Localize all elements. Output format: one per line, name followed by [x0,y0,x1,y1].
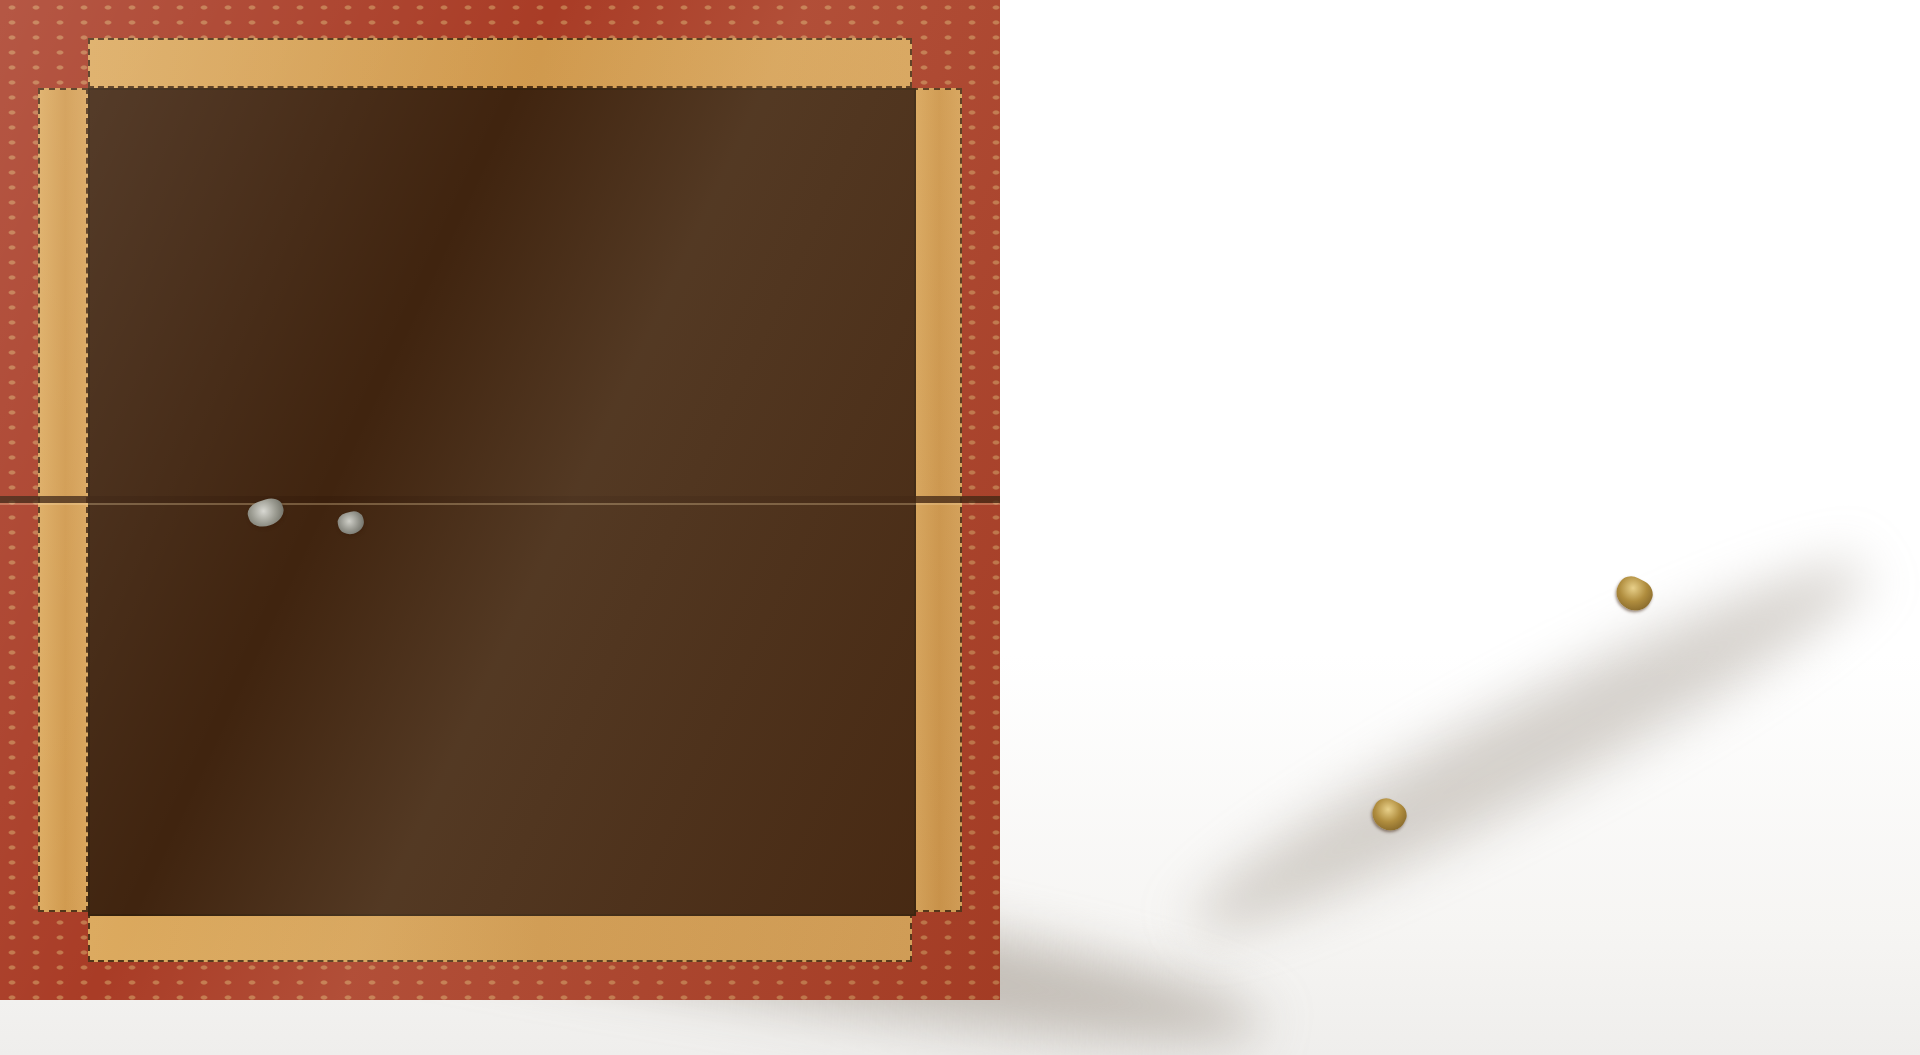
brass-hinge-icon [1367,794,1411,836]
board-shadow [1172,527,1888,968]
file-labels-near-strip [88,912,912,962]
fold-seam [0,496,1000,503]
photo-scene [0,0,1920,1055]
file-labels-far-strip [88,38,912,88]
brass-hinge-icon [1611,571,1658,616]
chessboard [0,0,1000,1000]
